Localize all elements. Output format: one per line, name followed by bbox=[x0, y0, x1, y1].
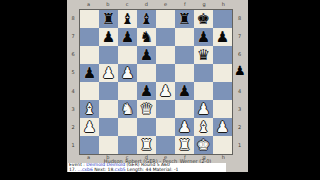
square-g8[interactable]: ♚ bbox=[194, 10, 213, 28]
square-d1[interactable]: ♜ bbox=[137, 136, 156, 154]
square-g1[interactable]: ♚ bbox=[194, 136, 213, 154]
square-d7[interactable]: ♞ bbox=[137, 28, 156, 46]
square-a3[interactable]: ♝ bbox=[80, 100, 99, 118]
rank-label-8: 8 bbox=[67, 9, 79, 27]
square-d8[interactable]: ♝ bbox=[137, 10, 156, 28]
piece-bb-c8: ♝ bbox=[121, 12, 134, 27]
square-a6[interactable] bbox=[80, 46, 99, 64]
piece-wr-f1: ♜ bbox=[178, 138, 191, 153]
square-a2[interactable]: ♟ bbox=[80, 118, 99, 136]
square-c2[interactable] bbox=[118, 118, 137, 136]
square-e8[interactable] bbox=[156, 10, 175, 28]
piece-wr-d1: ♜ bbox=[140, 138, 153, 153]
square-f4[interactable]: ♟ bbox=[175, 82, 194, 100]
rank-label-6: 6 bbox=[233, 46, 246, 64]
piece-bk-g8: ♚ bbox=[197, 12, 210, 27]
file-label-f: f bbox=[175, 2, 194, 8]
square-f7[interactable] bbox=[175, 28, 194, 46]
square-h6[interactable] bbox=[213, 46, 232, 64]
square-d6[interactable]: ♟ bbox=[137, 46, 156, 64]
rank-label-2: 2 bbox=[233, 119, 246, 137]
file-label-a: a bbox=[79, 2, 98, 8]
square-f5[interactable] bbox=[175, 64, 194, 82]
piece-bp-c7: ♟ bbox=[121, 30, 134, 45]
status-text: 17. bbox=[69, 167, 78, 172]
square-a8[interactable] bbox=[80, 10, 99, 28]
piece-bp-a5: ♟ bbox=[83, 66, 96, 81]
square-b3[interactable] bbox=[99, 100, 118, 118]
status-text[interactable]: cxb5 bbox=[115, 167, 126, 172]
piece-wp-e4: ♟ bbox=[159, 84, 172, 99]
piece-wb-a3: ♝ bbox=[83, 102, 96, 117]
square-h4[interactable] bbox=[213, 82, 232, 100]
square-a1[interactable] bbox=[80, 136, 99, 154]
rank-label-8: 8 bbox=[233, 9, 246, 27]
rank-label-1: 1 bbox=[67, 137, 79, 155]
piece-wb-g2: ♝ bbox=[197, 120, 210, 135]
square-c3[interactable]: ♞ bbox=[118, 100, 137, 118]
piece-wq-d3: ♛ bbox=[140, 102, 153, 117]
status-text: Next: 18. bbox=[93, 167, 115, 172]
piece-wp-g3: ♟ bbox=[197, 102, 210, 117]
rank-label-4: 4 bbox=[233, 82, 246, 100]
status-panel: Event : Deimold Deimold (GER) Round 5 A6… bbox=[68, 163, 226, 172]
file-label-d: d bbox=[137, 2, 156, 8]
file-label-c: c bbox=[118, 2, 137, 8]
piece-bp-b7: ♟ bbox=[102, 30, 115, 45]
rank-label-7: 7 bbox=[67, 27, 79, 45]
square-b6[interactable] bbox=[99, 46, 118, 64]
square-a5[interactable]: ♟ bbox=[80, 64, 99, 82]
square-f2[interactable]: ♟ bbox=[175, 118, 194, 136]
rank-label-6: 6 bbox=[67, 46, 79, 64]
piece-wk-g1: ♚ bbox=[197, 138, 210, 153]
square-g3[interactable]: ♟ bbox=[194, 100, 213, 118]
file-label-b: b bbox=[98, 2, 117, 8]
square-h1[interactable] bbox=[213, 136, 232, 154]
piece-bp-d6: ♟ bbox=[140, 48, 153, 63]
piece-wp-c5: ♟ bbox=[121, 66, 134, 81]
piece-bp-f4: ♟ bbox=[178, 84, 191, 99]
piece-bp-g7: ♟ bbox=[197, 30, 210, 45]
square-d4[interactable]: ♟ bbox=[137, 82, 156, 100]
rank-label-3: 3 bbox=[233, 100, 246, 118]
square-e6[interactable] bbox=[156, 46, 175, 64]
square-e7[interactable] bbox=[156, 28, 175, 46]
piece-bp-d4: ♟ bbox=[140, 84, 153, 99]
square-c8[interactable]: ♝ bbox=[118, 10, 137, 28]
piece-bp-h7: ♟ bbox=[216, 30, 229, 45]
piece-wp-h2: ♟ bbox=[216, 120, 229, 135]
piece-wp-f2: ♟ bbox=[178, 120, 191, 135]
square-d5[interactable] bbox=[137, 64, 156, 82]
piece-br-f8: ♜ bbox=[178, 12, 191, 27]
square-g5[interactable] bbox=[194, 64, 213, 82]
square-c6[interactable] bbox=[118, 46, 137, 64]
rank-label-1: 1 bbox=[233, 137, 246, 155]
square-h3[interactable] bbox=[213, 100, 232, 118]
chess-app-window: abcdefgh 87654321 ♜♝♝♜♚♟♟♞♟♟♟♛♟♟♟♟♟♟♝♞♛♟… bbox=[67, 0, 248, 172]
square-a4[interactable] bbox=[80, 82, 99, 100]
square-f3[interactable] bbox=[175, 100, 194, 118]
square-c7[interactable]: ♟ bbox=[118, 28, 137, 46]
square-b4[interactable] bbox=[99, 82, 118, 100]
rank-label-2: 2 bbox=[67, 119, 79, 137]
square-c5[interactable]: ♟ bbox=[118, 64, 137, 82]
square-c1[interactable] bbox=[118, 136, 137, 154]
square-h5[interactable] bbox=[213, 64, 232, 82]
piece-bq-g6: ♛ bbox=[197, 48, 210, 63]
file-labels-top: abcdefgh bbox=[79, 2, 233, 8]
square-g6[interactable]: ♛ bbox=[194, 46, 213, 64]
rank-label-5: 5 bbox=[67, 64, 79, 82]
square-h7[interactable]: ♟ bbox=[213, 28, 232, 46]
square-b8[interactable]: ♜ bbox=[99, 10, 118, 28]
square-e2[interactable] bbox=[156, 118, 175, 136]
square-e3[interactable] bbox=[156, 100, 175, 118]
square-d2[interactable] bbox=[137, 118, 156, 136]
square-h8[interactable] bbox=[213, 10, 232, 28]
square-g2[interactable]: ♝ bbox=[194, 118, 213, 136]
square-d3[interactable]: ♛ bbox=[137, 100, 156, 118]
square-f6[interactable] bbox=[175, 46, 194, 64]
status-text[interactable]: ...cxb6 bbox=[78, 167, 93, 172]
chess-board: ♜♝♝♜♚♟♟♞♟♟♟♛♟♟♟♟♟♟♝♞♛♟♟♟♝♟♜♜♚ bbox=[79, 9, 233, 155]
rank-label-3: 3 bbox=[67, 100, 79, 118]
file-label-h: h bbox=[214, 2, 233, 8]
piece-wp-b5: ♟ bbox=[102, 66, 115, 81]
piece-bb-d8: ♝ bbox=[140, 12, 153, 27]
piece-wn-c3: ♞ bbox=[121, 102, 134, 117]
square-f8[interactable]: ♜ bbox=[175, 10, 194, 28]
piece-br-b8: ♜ bbox=[102, 12, 115, 27]
square-h2[interactable]: ♟ bbox=[213, 118, 232, 136]
square-e4[interactable]: ♟ bbox=[156, 82, 175, 100]
square-e5[interactable] bbox=[156, 64, 175, 82]
file-label-g: g bbox=[195, 2, 214, 8]
rank-label-7: 7 bbox=[233, 27, 246, 45]
rank-labels-right: 87654321 bbox=[233, 9, 246, 155]
square-f1[interactable]: ♜ bbox=[175, 136, 194, 154]
rank-labels-left: 87654321 bbox=[67, 9, 79, 155]
status-text: Length: 44 Material: -1 bbox=[126, 167, 179, 172]
piece-wp-a2: ♟ bbox=[83, 120, 96, 135]
square-b1[interactable] bbox=[99, 136, 118, 154]
rank-label-4: 4 bbox=[67, 82, 79, 100]
piece-bn-d7: ♞ bbox=[140, 30, 153, 45]
material-pawn-icon: ♟ bbox=[234, 64, 246, 77]
square-g7[interactable]: ♟ bbox=[194, 28, 213, 46]
square-b2[interactable] bbox=[99, 118, 118, 136]
square-b5[interactable]: ♟ bbox=[99, 64, 118, 82]
square-b7[interactable]: ♟ bbox=[99, 28, 118, 46]
square-g4[interactable] bbox=[194, 82, 213, 100]
file-label-e: e bbox=[156, 2, 175, 8]
square-c4[interactable] bbox=[118, 82, 137, 100]
status-line-moves: 17. ...cxb6 Next: 18.cxb5 Length: 44 Mat… bbox=[69, 168, 226, 173]
square-e1[interactable] bbox=[156, 136, 175, 154]
square-a7[interactable] bbox=[80, 28, 99, 46]
video-frame: abcdefgh 87654321 ♜♝♝♜♚♟♟♞♟♟♟♛♟♟♟♟♟♟♝♞♛♟… bbox=[0, 0, 320, 180]
